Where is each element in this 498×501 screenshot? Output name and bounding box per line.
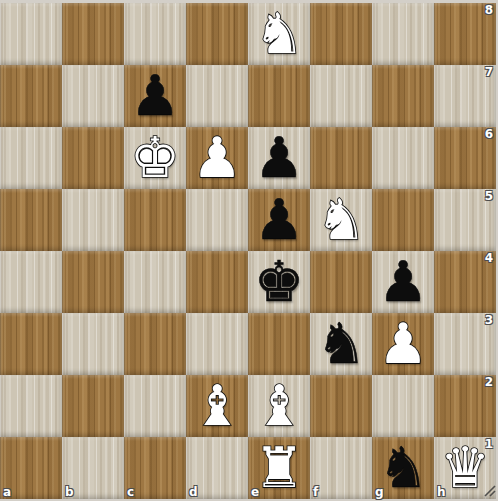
piece-white-knight[interactable]: ♞	[248, 3, 310, 65]
square-a4[interactable]	[0, 251, 62, 313]
piece-white-king[interactable]: ♚	[124, 127, 186, 189]
square-a3[interactable]	[0, 313, 62, 375]
square-c4[interactable]	[124, 251, 186, 313]
square-b1[interactable]: b	[62, 437, 124, 499]
square-g2[interactable]	[372, 375, 434, 437]
rank-label-7: 7	[485, 65, 493, 79]
square-h8[interactable]: 8	[434, 3, 496, 65]
square-d1[interactable]: d	[186, 437, 248, 499]
square-f1[interactable]: f	[310, 437, 372, 499]
piece-white-knight[interactable]: ♞	[310, 189, 372, 251]
square-a6[interactable]	[0, 127, 62, 189]
square-f2[interactable]	[310, 375, 372, 437]
square-c5[interactable]	[124, 189, 186, 251]
square-b8[interactable]	[62, 3, 124, 65]
square-a7[interactable]	[0, 65, 62, 127]
piece-black-pawn[interactable]: ♟	[248, 127, 310, 189]
square-b6[interactable]	[62, 127, 124, 189]
square-g7[interactable]	[372, 65, 434, 127]
rank-label-4: 4	[485, 251, 493, 265]
square-d7[interactable]	[186, 65, 248, 127]
square-d5[interactable]	[186, 189, 248, 251]
file-label-b: b	[65, 485, 74, 499]
piece-black-pawn[interactable]: ♟	[124, 65, 186, 127]
square-f3[interactable]: ♞	[310, 313, 372, 375]
square-e5[interactable]: ♟	[248, 189, 310, 251]
square-b3[interactable]	[62, 313, 124, 375]
piece-black-knight[interactable]: ♞	[372, 437, 434, 499]
file-label-c: c	[127, 485, 134, 499]
resize-handle-icon[interactable]	[484, 485, 496, 497]
rank-label-6: 6	[485, 127, 493, 141]
square-e1[interactable]: e♜	[248, 437, 310, 499]
chess-app-window: ♞8♟7♚♟♟6♟♞5♚♟4♞♟3♝♝2abcde♜fg♞1h♛	[0, 0, 498, 501]
square-c2[interactable]	[124, 375, 186, 437]
square-h2[interactable]: 2	[434, 375, 496, 437]
square-c7[interactable]: ♟	[124, 65, 186, 127]
square-e8[interactable]: ♞	[248, 3, 310, 65]
piece-white-pawn[interactable]: ♟	[186, 127, 248, 189]
square-g4[interactable]: ♟	[372, 251, 434, 313]
square-c8[interactable]	[124, 3, 186, 65]
square-e7[interactable]	[248, 65, 310, 127]
square-c1[interactable]: c	[124, 437, 186, 499]
square-f7[interactable]	[310, 65, 372, 127]
square-d4[interactable]	[186, 251, 248, 313]
piece-black-pawn[interactable]: ♟	[248, 189, 310, 251]
square-e4[interactable]: ♚	[248, 251, 310, 313]
square-d2[interactable]: ♝	[186, 375, 248, 437]
piece-black-pawn[interactable]: ♟	[372, 251, 434, 313]
square-c6[interactable]: ♚	[124, 127, 186, 189]
piece-white-pawn[interactable]: ♟	[372, 313, 434, 375]
rank-label-2: 2	[485, 375, 493, 389]
square-d6[interactable]: ♟	[186, 127, 248, 189]
square-h5[interactable]: 5	[434, 189, 496, 251]
chess-board: ♞8♟7♚♟♟6♟♞5♚♟4♞♟3♝♝2abcde♜fg♞1h♛	[0, 3, 496, 499]
square-h3[interactable]: 3	[434, 313, 496, 375]
square-b4[interactable]	[62, 251, 124, 313]
square-g6[interactable]	[372, 127, 434, 189]
square-h4[interactable]: 4	[434, 251, 496, 313]
rank-label-5: 5	[485, 189, 493, 203]
square-g5[interactable]	[372, 189, 434, 251]
square-f4[interactable]	[310, 251, 372, 313]
rank-label-3: 3	[485, 313, 493, 327]
square-b5[interactable]	[62, 189, 124, 251]
square-e6[interactable]: ♟	[248, 127, 310, 189]
square-d3[interactable]	[186, 313, 248, 375]
piece-white-bishop[interactable]: ♝	[248, 375, 310, 437]
square-h7[interactable]: 7	[434, 65, 496, 127]
rank-label-8: 8	[485, 3, 493, 17]
piece-black-king[interactable]: ♚	[248, 251, 310, 313]
square-e2[interactable]: ♝	[248, 375, 310, 437]
square-b7[interactable]	[62, 65, 124, 127]
square-a5[interactable]	[0, 189, 62, 251]
square-b2[interactable]	[62, 375, 124, 437]
square-c3[interactable]	[124, 313, 186, 375]
square-g1[interactable]: g♞	[372, 437, 434, 499]
file-label-f: f	[313, 485, 318, 499]
square-h6[interactable]: 6	[434, 127, 496, 189]
square-g3[interactable]: ♟	[372, 313, 434, 375]
square-f8[interactable]	[310, 3, 372, 65]
piece-white-bishop[interactable]: ♝	[186, 375, 248, 437]
square-f5[interactable]: ♞	[310, 189, 372, 251]
piece-black-knight[interactable]: ♞	[310, 313, 372, 375]
square-a1[interactable]: a	[0, 437, 62, 499]
square-a2[interactable]	[0, 375, 62, 437]
square-d8[interactable]	[186, 3, 248, 65]
square-a8[interactable]	[0, 3, 62, 65]
square-g8[interactable]	[372, 3, 434, 65]
file-label-a: a	[3, 485, 11, 499]
square-e3[interactable]	[248, 313, 310, 375]
square-f6[interactable]	[310, 127, 372, 189]
file-label-d: d	[189, 485, 198, 499]
piece-white-rook[interactable]: ♜	[248, 437, 310, 499]
